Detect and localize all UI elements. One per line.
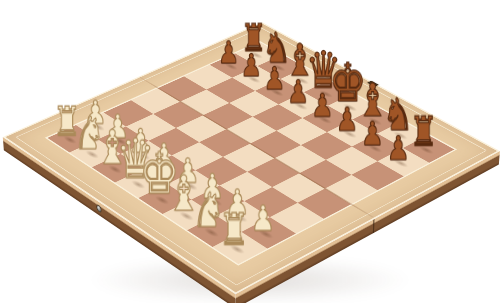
- chess-set-photo: ♜♞♝♛♚♝♞♜♟♟♟♟♟♟♟♟♟♟♟♟♟♟♟♟♜♞♝♛♚♝♞♜: [0, 0, 500, 303]
- black-pawn-icon: ♟: [373, 132, 423, 165]
- white-rook-icon: ♜: [208, 208, 261, 251]
- clasp-icon: [96, 203, 102, 213]
- fold-crack: [373, 219, 375, 233]
